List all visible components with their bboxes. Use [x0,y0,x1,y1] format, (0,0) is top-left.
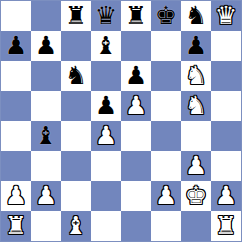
piece-white-pawn-icon: ♟ [185,153,207,178]
square-f8[interactable]: ♚ [151,1,181,31]
piece-black-knight-icon: ♞ [185,3,207,28]
square-h4[interactable] [211,121,241,151]
square-f1[interactable] [151,211,181,241]
chess-board: ♜♛♜♚♞♛♟♟♝♟♞♟♞♟♟♞♝♟♟♟♟♟♚♟♜♝♜ [0,0,242,242]
square-h5[interactable] [211,91,241,121]
square-d7[interactable]: ♝ [91,31,121,61]
square-h3[interactable] [211,151,241,181]
square-g7[interactable]: ♟ [181,31,211,61]
square-h2[interactable]: ♟ [211,181,241,211]
piece-black-pawn-icon: ♟ [185,33,207,58]
square-d8[interactable]: ♛ [91,1,121,31]
square-g2[interactable]: ♚ [181,181,211,211]
square-c4[interactable] [61,121,91,151]
square-a3[interactable] [1,151,31,181]
square-g1[interactable] [181,211,211,241]
piece-black-queen-icon: ♛ [95,3,117,28]
piece-white-rook-icon: ♜ [5,213,27,238]
square-d2[interactable] [91,181,121,211]
piece-black-king-icon: ♚ [155,3,177,28]
square-c5[interactable] [61,91,91,121]
square-h1[interactable]: ♜ [211,211,241,241]
piece-white-knight-icon: ♞ [185,63,207,88]
square-a4[interactable] [1,121,31,151]
square-h7[interactable] [211,31,241,61]
piece-white-pawn-icon: ♟ [35,183,57,208]
square-b3[interactable] [31,151,61,181]
square-f7[interactable] [151,31,181,61]
square-c7[interactable] [61,31,91,61]
square-c8[interactable]: ♜ [61,1,91,31]
piece-white-pawn-icon: ♟ [125,93,147,118]
piece-white-rook-icon: ♜ [215,213,237,238]
square-a2[interactable]: ♟ [1,181,31,211]
piece-white-king-icon: ♚ [185,183,207,208]
square-b2[interactable]: ♟ [31,181,61,211]
square-g6[interactable]: ♞ [181,61,211,91]
square-d3[interactable] [91,151,121,181]
square-e3[interactable] [121,151,151,181]
square-c6[interactable]: ♞ [61,61,91,91]
square-b4[interactable]: ♝ [31,121,61,151]
piece-white-pawn-icon: ♟ [155,183,177,208]
piece-black-pawn-icon: ♟ [125,63,147,88]
square-e6[interactable]: ♟ [121,61,151,91]
square-h8[interactable]: ♛ [211,1,241,31]
square-g3[interactable]: ♟ [181,151,211,181]
piece-black-bishop-icon: ♝ [35,123,57,148]
square-f2[interactable]: ♟ [151,181,181,211]
square-g8[interactable]: ♞ [181,1,211,31]
square-c1[interactable]: ♝ [61,211,91,241]
square-f6[interactable] [151,61,181,91]
square-g5[interactable]: ♞ [181,91,211,121]
piece-black-knight-icon: ♞ [65,63,87,88]
piece-white-pawn-icon: ♟ [5,183,27,208]
square-a6[interactable] [1,61,31,91]
piece-white-pawn-icon: ♟ [215,183,237,208]
square-b5[interactable] [31,91,61,121]
square-f4[interactable] [151,121,181,151]
square-a8[interactable] [1,1,31,31]
square-c2[interactable] [61,181,91,211]
square-f3[interactable] [151,151,181,181]
square-e5[interactable]: ♟ [121,91,151,121]
square-b1[interactable] [31,211,61,241]
square-e4[interactable] [121,121,151,151]
square-b7[interactable]: ♟ [31,31,61,61]
piece-black-rook-icon: ♜ [125,3,147,28]
square-e2[interactable] [121,181,151,211]
square-d4[interactable]: ♟ [91,121,121,151]
square-d6[interactable] [91,61,121,91]
square-a1[interactable]: ♜ [1,211,31,241]
square-a7[interactable]: ♟ [1,31,31,61]
piece-black-pawn-icon: ♟ [95,93,117,118]
square-a5[interactable] [1,91,31,121]
square-e7[interactable] [121,31,151,61]
piece-black-pawn-icon: ♟ [5,33,27,58]
square-g4[interactable] [181,121,211,151]
square-f5[interactable] [151,91,181,121]
square-d5[interactable]: ♟ [91,91,121,121]
square-e1[interactable] [121,211,151,241]
square-e8[interactable]: ♜ [121,1,151,31]
piece-white-pawn-icon: ♟ [95,123,117,148]
square-c3[interactable] [61,151,91,181]
piece-white-knight-icon: ♞ [185,93,207,118]
piece-black-rook-icon: ♜ [65,3,87,28]
square-d1[interactable] [91,211,121,241]
piece-white-queen-icon: ♛ [215,3,237,28]
piece-white-bishop-icon: ♝ [65,213,87,238]
piece-black-bishop-icon: ♝ [95,33,117,58]
square-b8[interactable] [31,1,61,31]
square-h6[interactable] [211,61,241,91]
square-b6[interactable] [31,61,61,91]
piece-black-pawn-icon: ♟ [35,33,57,58]
